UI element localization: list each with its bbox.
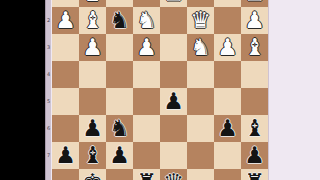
square-c3[interactable]: ♞ xyxy=(187,34,214,61)
square-h8[interactable] xyxy=(52,169,79,180)
black-bishop-g7: ♝ xyxy=(79,142,106,169)
square-e7[interactable] xyxy=(133,142,160,169)
white-knight-e2: ♞ xyxy=(133,7,160,34)
square-g7[interactable]: ♝ xyxy=(79,142,106,169)
square-f1[interactable] xyxy=(106,0,133,7)
square-d8[interactable]: ♛ xyxy=(160,169,187,180)
square-h2[interactable]: ♟ xyxy=(52,7,79,34)
white-rook-a1: ♜ xyxy=(241,0,268,7)
white-pawn-a2: ♟ xyxy=(241,7,268,34)
square-f5[interactable] xyxy=(106,88,133,115)
chess-board: ♚♜♜♟♝♞♞♛♟♟♟♞♟♝♟♟♞♟♝♟♝♟♟♚♜♛♜ xyxy=(52,0,268,180)
square-a4[interactable] xyxy=(241,61,268,88)
square-g4[interactable] xyxy=(79,61,106,88)
square-b4[interactable] xyxy=(214,61,241,88)
square-e5[interactable] xyxy=(133,88,160,115)
square-h4[interactable] xyxy=(52,61,79,88)
square-h7[interactable]: ♟ xyxy=(52,142,79,169)
square-h6[interactable] xyxy=(52,115,79,142)
square-g8[interactable]: ♚ xyxy=(79,169,106,180)
square-f2[interactable]: ♞ xyxy=(106,7,133,34)
square-e4[interactable] xyxy=(133,61,160,88)
square-a8[interactable]: ♜ xyxy=(241,169,268,180)
square-e1[interactable] xyxy=(133,0,160,7)
white-king-g1: ♚ xyxy=(79,0,106,7)
black-bishop-a6: ♝ xyxy=(241,115,268,142)
square-d2[interactable] xyxy=(160,7,187,34)
black-queen-d8: ♛ xyxy=(160,169,187,180)
square-e2[interactable]: ♞ xyxy=(133,7,160,34)
square-c4[interactable] xyxy=(187,61,214,88)
square-d4[interactable] xyxy=(160,61,187,88)
square-d1[interactable]: ♜ xyxy=(160,0,187,7)
video-frame-background: ♚♜♜♟♝♞♞♛♟♟♟♞♟♝♟♟♞♟♝♟♝♟♟♚♜♛♜ 234567 xyxy=(0,0,320,180)
square-d7[interactable] xyxy=(160,142,187,169)
rank-label-6: 6 xyxy=(45,125,52,131)
square-a6[interactable]: ♝ xyxy=(241,115,268,142)
black-rook-e8: ♜ xyxy=(133,169,160,180)
board-clip-area: ♚♜♜♟♝♞♞♛♟♟♟♞♟♝♟♟♞♟♝♟♝♟♟♚♜♛♜ xyxy=(52,0,268,180)
square-e6[interactable] xyxy=(133,115,160,142)
square-h1[interactable] xyxy=(52,0,79,7)
square-h3[interactable] xyxy=(52,34,79,61)
black-knight-f2: ♞ xyxy=(106,7,133,34)
white-pawn-b3: ♟ xyxy=(214,34,241,61)
square-c1[interactable] xyxy=(187,0,214,7)
white-pawn-h2: ♟ xyxy=(52,7,79,34)
white-knight-c3: ♞ xyxy=(187,34,214,61)
white-rook-d1: ♜ xyxy=(160,0,187,7)
rank-label-5: 5 xyxy=(45,98,52,104)
black-pawn-b6: ♟ xyxy=(214,115,241,142)
black-king-g8: ♚ xyxy=(79,169,106,180)
square-a2[interactable]: ♟ xyxy=(241,7,268,34)
black-pawn-g6: ♟ xyxy=(79,115,106,142)
square-b3[interactable]: ♟ xyxy=(214,34,241,61)
square-c8[interactable] xyxy=(187,169,214,180)
square-e3[interactable]: ♟ xyxy=(133,34,160,61)
square-f7[interactable]: ♟ xyxy=(106,142,133,169)
black-knight-f6: ♞ xyxy=(106,115,133,142)
square-b1[interactable] xyxy=(214,0,241,7)
white-pawn-e3: ♟ xyxy=(133,34,160,61)
square-f3[interactable] xyxy=(106,34,133,61)
square-g5[interactable] xyxy=(79,88,106,115)
rank-label-2: 2 xyxy=(45,17,52,23)
square-h5[interactable] xyxy=(52,88,79,115)
black-pawn-d5: ♟ xyxy=(160,88,187,115)
white-bishop-g2: ♝ xyxy=(79,7,106,34)
black-rook-a8: ♜ xyxy=(241,169,268,180)
square-b8[interactable] xyxy=(214,169,241,180)
square-e8[interactable]: ♜ xyxy=(133,169,160,180)
square-f4[interactable] xyxy=(106,61,133,88)
square-b5[interactable] xyxy=(214,88,241,115)
square-g1[interactable]: ♚ xyxy=(79,0,106,7)
black-pawn-a7: ♟ xyxy=(241,142,268,169)
black-pawn-f7: ♟ xyxy=(106,142,133,169)
square-g3[interactable]: ♟ xyxy=(79,34,106,61)
square-a5[interactable] xyxy=(241,88,268,115)
square-g2[interactable]: ♝ xyxy=(79,7,106,34)
square-g6[interactable]: ♟ xyxy=(79,115,106,142)
square-b2[interactable] xyxy=(214,7,241,34)
square-b6[interactable]: ♟ xyxy=(214,115,241,142)
square-d3[interactable] xyxy=(160,34,187,61)
square-f8[interactable] xyxy=(106,169,133,180)
square-f6[interactable]: ♞ xyxy=(106,115,133,142)
square-c2[interactable]: ♛ xyxy=(187,7,214,34)
white-queen-c2: ♛ xyxy=(187,7,214,34)
square-a7[interactable]: ♟ xyxy=(241,142,268,169)
rank-label-3: 3 xyxy=(45,44,52,50)
rank-label-4: 4 xyxy=(45,71,52,77)
square-a1[interactable]: ♜ xyxy=(241,0,268,7)
square-c6[interactable] xyxy=(187,115,214,142)
white-bishop-a3: ♝ xyxy=(241,34,268,61)
white-pawn-g3: ♟ xyxy=(79,34,106,61)
square-d6[interactable] xyxy=(160,115,187,142)
board-border: ♚♜♜♟♝♞♞♛♟♟♟♞♟♝♟♟♞♟♝♟♝♟♟♚♜♛♜ 234567 xyxy=(45,0,275,180)
square-c7[interactable] xyxy=(187,142,214,169)
square-c5[interactable] xyxy=(187,88,214,115)
black-pawn-h7: ♟ xyxy=(52,142,79,169)
rank-label-7: 7 xyxy=(45,152,52,158)
square-b7[interactable] xyxy=(214,142,241,169)
square-d5[interactable]: ♟ xyxy=(160,88,187,115)
square-a3[interactable]: ♝ xyxy=(241,34,268,61)
